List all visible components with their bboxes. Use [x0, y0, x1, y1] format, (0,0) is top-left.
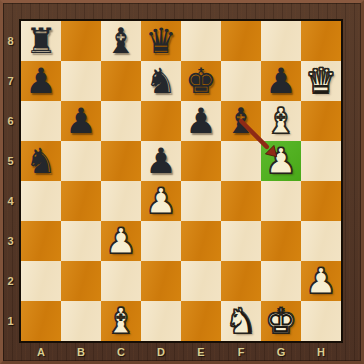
square-d5[interactable]: ♟	[141, 141, 181, 181]
square-f3[interactable]	[221, 221, 261, 261]
square-h2[interactable]: ♟	[301, 261, 341, 301]
square-c5[interactable]	[101, 141, 141, 181]
square-b3[interactable]	[61, 221, 101, 261]
square-g2[interactable]	[261, 261, 301, 301]
square-c8[interactable]: ♝	[101, 21, 141, 61]
square-c7[interactable]	[101, 61, 141, 101]
file-label-h: H	[301, 342, 341, 362]
piece-black-knight-d7[interactable]: ♞	[141, 61, 181, 101]
piece-white-queen-h7[interactable]: ♛	[301, 61, 341, 101]
square-f4[interactable]	[221, 181, 261, 221]
file-label-b: B	[61, 342, 101, 362]
square-g3[interactable]	[261, 221, 301, 261]
piece-black-rook-a8[interactable]: ♜	[21, 21, 61, 61]
square-c6[interactable]	[101, 101, 141, 141]
file-label-a: A	[21, 342, 61, 362]
square-e5[interactable]	[181, 141, 221, 181]
piece-black-pawn-a7[interactable]: ♟	[21, 61, 61, 101]
square-f6[interactable]: ♝	[221, 101, 261, 141]
rank-label-2: 2	[2, 261, 19, 301]
rank-label-8: 8	[2, 21, 19, 61]
square-e6[interactable]: ♟	[181, 101, 221, 141]
square-d2[interactable]	[141, 261, 181, 301]
piece-white-knight-f1[interactable]: ♞	[221, 301, 261, 341]
square-d4[interactable]: ♟	[141, 181, 181, 221]
square-c4[interactable]	[101, 181, 141, 221]
square-b8[interactable]	[61, 21, 101, 61]
rank-label-5: 5	[2, 141, 19, 181]
piece-black-bishop-c8[interactable]: ♝	[101, 21, 141, 61]
rank-label-1: 1	[2, 301, 19, 341]
square-e3[interactable]	[181, 221, 221, 261]
file-label-c: C	[101, 342, 141, 362]
square-f2[interactable]	[221, 261, 261, 301]
piece-black-pawn-g7[interactable]: ♟	[261, 61, 301, 101]
square-c1[interactable]: ♝	[101, 301, 141, 341]
square-h4[interactable]	[301, 181, 341, 221]
file-label-e: E	[181, 342, 221, 362]
square-h5[interactable]	[301, 141, 341, 181]
square-b6[interactable]: ♟	[61, 101, 101, 141]
square-a7[interactable]: ♟	[21, 61, 61, 101]
square-h6[interactable]	[301, 101, 341, 141]
piece-white-pawn-g5[interactable]: ♟	[261, 141, 301, 181]
square-h3[interactable]	[301, 221, 341, 261]
rank-label-3: 3	[2, 221, 19, 261]
square-h7[interactable]: ♛	[301, 61, 341, 101]
piece-black-pawn-b6[interactable]: ♟	[61, 101, 101, 141]
file-label-d: D	[141, 342, 181, 362]
square-a4[interactable]	[21, 181, 61, 221]
piece-white-pawn-h2[interactable]: ♟	[301, 261, 341, 301]
piece-black-pawn-e6[interactable]: ♟	[181, 101, 221, 141]
chess-board: ♜♝♛♟♞♚♟♛♟♟♝♝♞♟♟♟♟♟♝♞♚	[21, 21, 341, 341]
piece-black-pawn-d5[interactable]: ♟	[141, 141, 181, 181]
square-a3[interactable]	[21, 221, 61, 261]
square-e4[interactable]	[181, 181, 221, 221]
chess-app-screen: ♜♝♛♟♞♚♟♛♟♟♝♝♞♟♟♟♟♟♝♞♚ 87654321ABCDEFGH	[0, 0, 364, 364]
piece-black-knight-a5[interactable]: ♞	[21, 141, 61, 181]
square-b1[interactable]	[61, 301, 101, 341]
piece-white-pawn-c3[interactable]: ♟	[101, 221, 141, 261]
square-e2[interactable]	[181, 261, 221, 301]
square-g6[interactable]: ♝	[261, 101, 301, 141]
rank-label-6: 6	[2, 101, 19, 141]
rank-label-4: 4	[2, 181, 19, 221]
square-a8[interactable]: ♜	[21, 21, 61, 61]
square-g1[interactable]: ♚	[261, 301, 301, 341]
square-b5[interactable]	[61, 141, 101, 181]
piece-black-king-e7[interactable]: ♚	[181, 61, 221, 101]
square-c2[interactable]	[101, 261, 141, 301]
piece-white-king-g1[interactable]: ♚	[261, 301, 301, 341]
file-label-f: F	[221, 342, 261, 362]
square-h1[interactable]	[301, 301, 341, 341]
square-f7[interactable]	[221, 61, 261, 101]
piece-black-queen-d8[interactable]: ♛	[141, 21, 181, 61]
piece-white-pawn-d4[interactable]: ♟	[141, 181, 181, 221]
file-label-g: G	[261, 342, 301, 362]
square-a6[interactable]	[21, 101, 61, 141]
square-a5[interactable]: ♞	[21, 141, 61, 181]
piece-white-bishop-c1[interactable]: ♝	[101, 301, 141, 341]
square-d3[interactable]	[141, 221, 181, 261]
square-b2[interactable]	[61, 261, 101, 301]
square-f1[interactable]: ♞	[221, 301, 261, 341]
square-g8[interactable]	[261, 21, 301, 61]
square-f5[interactable]	[221, 141, 261, 181]
square-c3[interactable]: ♟	[101, 221, 141, 261]
square-d8[interactable]: ♛	[141, 21, 181, 61]
square-b7[interactable]	[61, 61, 101, 101]
square-f8[interactable]	[221, 21, 261, 61]
piece-black-bishop-f6[interactable]: ♝	[221, 101, 261, 141]
square-a2[interactable]	[21, 261, 61, 301]
rank-label-7: 7	[2, 61, 19, 101]
square-d6[interactable]	[141, 101, 181, 141]
square-g5[interactable]: ♟	[261, 141, 301, 181]
piece-white-bishop-g6[interactable]: ♝	[261, 101, 301, 141]
square-d7[interactable]: ♞	[141, 61, 181, 101]
square-h8[interactable]	[301, 21, 341, 61]
square-d1[interactable]	[141, 301, 181, 341]
square-b4[interactable]	[61, 181, 101, 221]
square-e7[interactable]: ♚	[181, 61, 221, 101]
square-e8[interactable]	[181, 21, 221, 61]
square-g7[interactable]: ♟	[261, 61, 301, 101]
square-e1[interactable]	[181, 301, 221, 341]
square-g4[interactable]	[261, 181, 301, 221]
square-a1[interactable]	[21, 301, 61, 341]
